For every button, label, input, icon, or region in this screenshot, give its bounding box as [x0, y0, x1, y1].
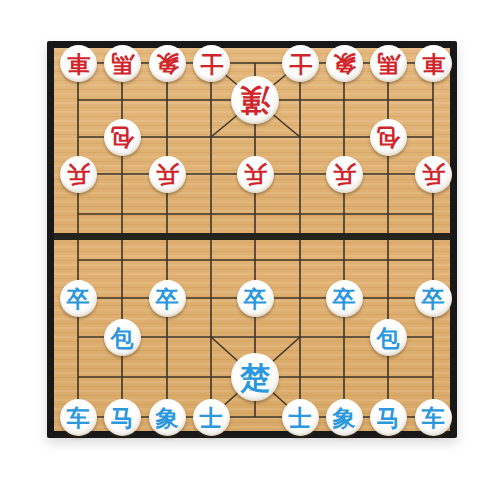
piece-glyph: 卒 — [244, 288, 267, 311]
piece-glyph: 象 — [156, 52, 179, 75]
blue-cannon[interactable]: 包 — [104, 319, 141, 356]
red-soldier[interactable]: 兵 — [60, 156, 97, 193]
red-cannon[interactable]: 包 — [104, 119, 141, 156]
red-soldier[interactable]: 兵 — [237, 156, 274, 193]
blue-horse[interactable]: 马 — [104, 399, 141, 436]
red-general[interactable]: 漢 — [231, 76, 279, 124]
piece-glyph: 士 — [200, 52, 223, 75]
blue-general[interactable]: 楚 — [231, 353, 279, 401]
blue-chariot[interactable]: 车 — [415, 399, 452, 436]
red-chariot[interactable]: 車 — [60, 45, 97, 82]
blue-soldier[interactable]: 卒 — [149, 280, 186, 317]
piece-glyph: 兵 — [244, 163, 267, 186]
piece-glyph: 馬 — [377, 52, 400, 75]
red-soldier[interactable]: 兵 — [415, 156, 452, 193]
xiangqi-board: 車馬象士士象馬車漢包包兵兵兵兵兵卒卒卒卒卒包包楚车马象士士象马车 — [47, 41, 457, 438]
board-fold-seam — [54, 233, 450, 240]
piece-glyph: 车 — [422, 407, 445, 430]
blue-cannon[interactable]: 包 — [370, 319, 407, 356]
piece-glyph: 卒 — [67, 288, 90, 311]
piece-glyph: 兵 — [422, 163, 445, 186]
piece-glyph: 包 — [111, 327, 134, 350]
blue-horse[interactable]: 马 — [370, 399, 407, 436]
red-soldier[interactable]: 兵 — [149, 156, 186, 193]
red-advisor[interactable]: 士 — [193, 45, 230, 82]
blue-advisor[interactable]: 士 — [193, 399, 230, 436]
piece-glyph: 兵 — [67, 163, 90, 186]
piece-glyph: 漢 — [240, 85, 270, 115]
piece-glyph: 车 — [67, 407, 90, 430]
blue-advisor[interactable]: 士 — [282, 399, 319, 436]
blue-elephant[interactable]: 象 — [149, 399, 186, 436]
piece-glyph: 車 — [422, 52, 445, 75]
piece-glyph: 士 — [200, 407, 223, 430]
piece-glyph: 楚 — [240, 363, 270, 393]
board-wood: 車馬象士士象馬車漢包包兵兵兵兵兵卒卒卒卒卒包包楚车马象士士象马车 — [54, 48, 450, 431]
piece-glyph: 兵 — [333, 163, 356, 186]
blue-soldier[interactable]: 卒 — [60, 280, 97, 317]
piece-glyph: 車 — [67, 52, 90, 75]
red-elephant[interactable]: 象 — [326, 45, 363, 82]
piece-glyph: 马 — [111, 407, 134, 430]
blue-chariot[interactable]: 车 — [60, 399, 97, 436]
piece-glyph: 士 — [289, 407, 312, 430]
red-advisor[interactable]: 士 — [282, 45, 319, 82]
blue-soldier[interactable]: 卒 — [237, 280, 274, 317]
piece-glyph: 卒 — [333, 288, 356, 311]
piece-glyph: 象 — [156, 407, 179, 430]
board-photo: 車馬象士士象馬車漢包包兵兵兵兵兵卒卒卒卒卒包包楚车马象士士象马车 — [0, 0, 492, 492]
piece-glyph: 包 — [377, 327, 400, 350]
piece-glyph: 象 — [333, 52, 356, 75]
piece-glyph: 马 — [377, 407, 400, 430]
red-horse[interactable]: 馬 — [104, 45, 141, 82]
red-chariot[interactable]: 車 — [415, 45, 452, 82]
red-cannon[interactable]: 包 — [370, 119, 407, 156]
red-elephant[interactable]: 象 — [149, 45, 186, 82]
piece-glyph: 馬 — [111, 52, 134, 75]
piece-glyph: 卒 — [422, 288, 445, 311]
red-soldier[interactable]: 兵 — [326, 156, 363, 193]
piece-glyph: 卒 — [156, 288, 179, 311]
piece-glyph: 士 — [289, 52, 312, 75]
piece-glyph: 包 — [377, 126, 400, 149]
piece-glyph: 象 — [333, 407, 356, 430]
piece-glyph: 包 — [111, 126, 134, 149]
red-horse[interactable]: 馬 — [370, 45, 407, 82]
blue-elephant[interactable]: 象 — [326, 399, 363, 436]
piece-glyph: 兵 — [156, 163, 179, 186]
blue-soldier[interactable]: 卒 — [415, 280, 452, 317]
blue-soldier[interactable]: 卒 — [326, 280, 363, 317]
